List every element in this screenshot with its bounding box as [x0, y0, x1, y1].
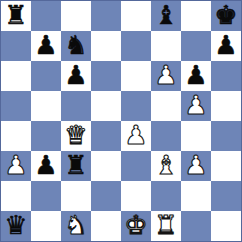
square-f5[interactable]: [151, 91, 181, 121]
square-f4[interactable]: [151, 121, 181, 151]
square-d2[interactable]: [91, 181, 121, 211]
square-e5[interactable]: [121, 91, 151, 121]
square-d4[interactable]: [91, 121, 121, 151]
square-c7[interactable]: ♞: [61, 31, 91, 61]
square-e7[interactable]: [121, 31, 151, 61]
square-h8[interactable]: ♚: [211, 1, 241, 31]
square-b6[interactable]: [31, 61, 61, 91]
square-g2[interactable]: [181, 181, 211, 211]
square-b3[interactable]: ♟: [31, 151, 61, 181]
square-e6[interactable]: [121, 61, 151, 91]
white-pawn[interactable]: ♟: [4, 152, 27, 178]
square-h3[interactable]: [211, 151, 241, 181]
square-f3[interactable]: ♝: [151, 151, 181, 181]
white-pawn[interactable]: ♟: [124, 122, 147, 148]
square-a2[interactable]: [1, 181, 31, 211]
chess-board-container: ♜♝♚♟♞♟♟♟♟♟♛♟♟♟♜♝♟♛♞♚♜: [0, 0, 242, 242]
square-f6[interactable]: ♟: [151, 61, 181, 91]
white-pawn[interactable]: ♟: [184, 152, 207, 178]
square-h4[interactable]: [211, 121, 241, 151]
black-pawn[interactable]: ♟: [184, 62, 207, 88]
black-pawn[interactable]: ♟: [34, 32, 57, 58]
square-h6[interactable]: [211, 61, 241, 91]
square-h7[interactable]: ♟: [211, 31, 241, 61]
square-e8[interactable]: [121, 1, 151, 31]
square-a3[interactable]: ♟: [1, 151, 31, 181]
square-c1[interactable]: ♞: [61, 211, 91, 241]
square-a5[interactable]: [1, 91, 31, 121]
square-g8[interactable]: [181, 1, 211, 31]
black-pawn[interactable]: ♟: [64, 62, 87, 88]
black-rook[interactable]: ♜: [64, 152, 87, 178]
square-h2[interactable]: [211, 181, 241, 211]
black-pawn[interactable]: ♟: [34, 152, 57, 178]
black-king[interactable]: ♚: [214, 2, 237, 28]
black-pawn[interactable]: ♟: [214, 32, 237, 58]
square-h5[interactable]: [211, 91, 241, 121]
square-g3[interactable]: ♟: [181, 151, 211, 181]
black-rook[interactable]: ♜: [4, 2, 27, 28]
square-h1[interactable]: [211, 211, 241, 241]
square-a4[interactable]: [1, 121, 31, 151]
white-rook[interactable]: ♜: [154, 212, 177, 238]
square-b2[interactable]: [31, 181, 61, 211]
white-king[interactable]: ♚: [124, 212, 147, 238]
square-e2[interactable]: [121, 181, 151, 211]
square-g4[interactable]: [181, 121, 211, 151]
square-d5[interactable]: [91, 91, 121, 121]
square-c5[interactable]: [61, 91, 91, 121]
black-bishop[interactable]: ♝: [154, 2, 177, 28]
chess-board: ♜♝♚♟♞♟♟♟♟♟♛♟♟♟♜♝♟♛♞♚♜: [0, 0, 242, 242]
white-pawn[interactable]: ♟: [184, 92, 207, 118]
square-f7[interactable]: [151, 31, 181, 61]
square-g5[interactable]: ♟: [181, 91, 211, 121]
square-a7[interactable]: [1, 31, 31, 61]
square-d8[interactable]: [91, 1, 121, 31]
square-d6[interactable]: [91, 61, 121, 91]
square-g7[interactable]: [181, 31, 211, 61]
square-d3[interactable]: [91, 151, 121, 181]
square-b7[interactable]: ♟: [31, 31, 61, 61]
white-knight[interactable]: ♞: [64, 212, 87, 238]
square-a1[interactable]: ♛: [1, 211, 31, 241]
square-b5[interactable]: [31, 91, 61, 121]
square-e1[interactable]: ♚: [121, 211, 151, 241]
black-knight[interactable]: ♞: [64, 32, 87, 58]
square-f1[interactable]: ♜: [151, 211, 181, 241]
square-c3[interactable]: ♜: [61, 151, 91, 181]
square-c2[interactable]: [61, 181, 91, 211]
square-d7[interactable]: [91, 31, 121, 61]
white-queen[interactable]: ♛: [64, 122, 87, 148]
square-f8[interactable]: ♝: [151, 1, 181, 31]
square-c8[interactable]: [61, 1, 91, 31]
black-queen[interactable]: ♛: [4, 212, 27, 238]
square-e3[interactable]: [121, 151, 151, 181]
square-c6[interactable]: ♟: [61, 61, 91, 91]
square-e4[interactable]: ♟: [121, 121, 151, 151]
white-bishop[interactable]: ♝: [154, 152, 177, 178]
white-pawn[interactable]: ♟: [154, 62, 177, 88]
square-a8[interactable]: ♜: [1, 1, 31, 31]
square-g1[interactable]: [181, 211, 211, 241]
square-d1[interactable]: [91, 211, 121, 241]
square-b4[interactable]: [31, 121, 61, 151]
square-g6[interactable]: ♟: [181, 61, 211, 91]
square-f2[interactable]: [151, 181, 181, 211]
square-b8[interactable]: [31, 1, 61, 31]
square-c4[interactable]: ♛: [61, 121, 91, 151]
square-a6[interactable]: [1, 61, 31, 91]
square-b1[interactable]: [31, 211, 61, 241]
